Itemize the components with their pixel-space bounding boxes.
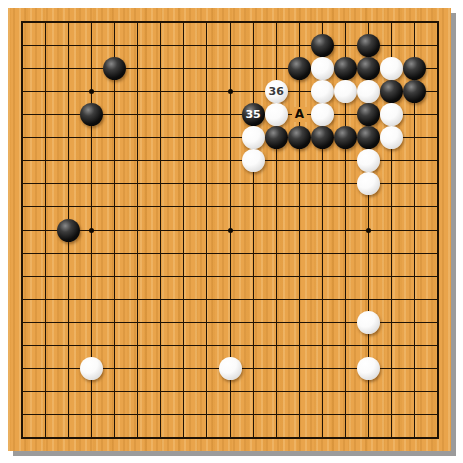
white-stone bbox=[219, 357, 242, 380]
grid-line-horizontal bbox=[21, 391, 439, 392]
white-stone bbox=[265, 103, 288, 126]
black-stone bbox=[380, 80, 403, 103]
black-stone bbox=[357, 126, 380, 149]
go-app-window: 3635A bbox=[0, 0, 463, 463]
star-point bbox=[89, 228, 94, 233]
white-stone bbox=[242, 149, 265, 172]
grid-line-horizontal bbox=[21, 299, 439, 300]
black-stone bbox=[80, 103, 103, 126]
go-board[interactable]: 3635A bbox=[8, 8, 451, 451]
black-stone bbox=[288, 57, 311, 80]
black-stone: 35 bbox=[242, 103, 265, 126]
grid-line-vertical bbox=[437, 21, 439, 439]
point-marker-a: A bbox=[292, 107, 307, 122]
white-stone bbox=[311, 57, 334, 80]
white-stone bbox=[357, 357, 380, 380]
white-stone bbox=[311, 103, 334, 126]
white-stone bbox=[380, 126, 403, 149]
white-stone bbox=[242, 126, 265, 149]
star-point bbox=[228, 89, 233, 94]
star-point bbox=[89, 89, 94, 94]
black-stone bbox=[103, 57, 126, 80]
white-stone bbox=[357, 172, 380, 195]
white-stone bbox=[357, 80, 380, 103]
white-stone: 36 bbox=[265, 80, 288, 103]
white-stone bbox=[380, 57, 403, 80]
grid-line-horizontal bbox=[21, 414, 439, 415]
black-stone bbox=[357, 34, 380, 57]
white-stone bbox=[334, 80, 357, 103]
grid-line-horizontal bbox=[21, 345, 439, 346]
white-stone bbox=[357, 149, 380, 172]
grid-line-vertical bbox=[299, 21, 300, 439]
black-stone bbox=[334, 126, 357, 149]
move-number-label: 35 bbox=[245, 103, 260, 126]
black-stone bbox=[288, 126, 311, 149]
black-stone bbox=[357, 57, 380, 80]
star-point bbox=[366, 228, 371, 233]
black-stone bbox=[265, 126, 288, 149]
grid-line-horizontal bbox=[21, 276, 439, 277]
star-point bbox=[228, 228, 233, 233]
black-stone bbox=[334, 57, 357, 80]
white-stone bbox=[380, 103, 403, 126]
move-number-label: 36 bbox=[269, 80, 284, 103]
black-stone bbox=[311, 34, 334, 57]
white-stone bbox=[357, 311, 380, 334]
white-stone bbox=[80, 357, 103, 380]
black-stone bbox=[403, 57, 426, 80]
black-stone bbox=[311, 126, 334, 149]
grid-line-vertical bbox=[253, 21, 254, 439]
black-stone bbox=[57, 219, 80, 242]
black-stone bbox=[403, 80, 426, 103]
white-stone bbox=[311, 80, 334, 103]
black-stone bbox=[357, 103, 380, 126]
grid-line-horizontal bbox=[21, 253, 439, 254]
grid-line-horizontal bbox=[21, 437, 439, 439]
